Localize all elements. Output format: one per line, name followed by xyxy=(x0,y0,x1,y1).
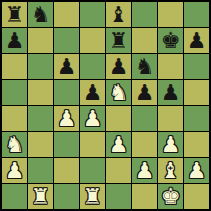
square-b6[interactable] xyxy=(28,54,53,79)
square-d2[interactable] xyxy=(80,158,105,183)
white-pawn[interactable]: ♟ xyxy=(109,132,129,157)
black-pawn[interactable]: ♟ xyxy=(5,28,25,53)
square-a4[interactable] xyxy=(2,106,27,131)
square-c4[interactable]: ♟ xyxy=(54,106,79,131)
square-g5[interactable]: ♟ xyxy=(158,80,183,105)
square-e5[interactable]: ♞ xyxy=(106,80,131,105)
black-pawn[interactable]: ♟ xyxy=(57,54,77,79)
square-e8[interactable]: ♝ xyxy=(106,2,131,27)
square-a8[interactable]: ♜ xyxy=(2,2,27,27)
square-a5[interactable] xyxy=(2,80,27,105)
white-bishop[interactable]: ♝ xyxy=(161,158,181,183)
square-h3[interactable] xyxy=(184,132,209,157)
square-f3[interactable] xyxy=(132,132,157,157)
square-b1[interactable]: ♜ xyxy=(28,184,53,209)
square-f7[interactable] xyxy=(132,28,157,53)
square-d8[interactable] xyxy=(80,2,105,27)
black-bishop[interactable]: ♝ xyxy=(109,2,129,27)
black-pawn[interactable]: ♟ xyxy=(109,54,129,79)
square-g8[interactable] xyxy=(158,2,183,27)
square-g7[interactable]: ♚ xyxy=(158,28,183,53)
square-b8[interactable]: ♞ xyxy=(28,2,53,27)
white-pawn[interactable]: ♟ xyxy=(5,158,25,183)
square-g6[interactable] xyxy=(158,54,183,79)
square-d1[interactable]: ♜ xyxy=(80,184,105,209)
square-d7[interactable] xyxy=(80,28,105,53)
white-pawn[interactable]: ♟ xyxy=(83,106,103,131)
square-f8[interactable] xyxy=(132,2,157,27)
white-rook[interactable]: ♜ xyxy=(31,184,51,209)
black-king[interactable]: ♚ xyxy=(161,28,181,53)
black-pawn[interactable]: ♟ xyxy=(161,80,181,105)
square-h1[interactable] xyxy=(184,184,209,209)
black-knight[interactable]: ♞ xyxy=(31,2,51,27)
square-e6[interactable]: ♟ xyxy=(106,54,131,79)
square-b3[interactable] xyxy=(28,132,53,157)
square-f6[interactable]: ♞ xyxy=(132,54,157,79)
square-e4[interactable] xyxy=(106,106,131,131)
square-h6[interactable] xyxy=(184,54,209,79)
square-c5[interactable] xyxy=(54,80,79,105)
square-d4[interactable]: ♟ xyxy=(80,106,105,131)
square-c8[interactable] xyxy=(54,2,79,27)
square-h8[interactable] xyxy=(184,2,209,27)
black-knight[interactable]: ♞ xyxy=(135,54,155,79)
square-h2[interactable]: ♟ xyxy=(184,158,209,183)
square-f1[interactable] xyxy=(132,184,157,209)
square-g3[interactable]: ♟ xyxy=(158,132,183,157)
white-knight[interactable]: ♞ xyxy=(5,132,25,157)
black-rook[interactable]: ♜ xyxy=(109,28,129,53)
square-e1[interactable] xyxy=(106,184,131,209)
square-g2[interactable]: ♝ xyxy=(158,158,183,183)
square-a7[interactable]: ♟ xyxy=(2,28,27,53)
square-a1[interactable] xyxy=(2,184,27,209)
black-pawn[interactable]: ♟ xyxy=(135,80,155,105)
black-pawn[interactable]: ♟ xyxy=(83,80,103,105)
square-b7[interactable] xyxy=(28,28,53,53)
square-f5[interactable]: ♟ xyxy=(132,80,157,105)
square-b5[interactable] xyxy=(28,80,53,105)
square-c2[interactable] xyxy=(54,158,79,183)
square-c6[interactable]: ♟ xyxy=(54,54,79,79)
square-g4[interactable] xyxy=(158,106,183,131)
square-e2[interactable] xyxy=(106,158,131,183)
square-c7[interactable] xyxy=(54,28,79,53)
white-king[interactable]: ♚ xyxy=(161,184,181,209)
square-f2[interactable]: ♟ xyxy=(132,158,157,183)
square-c1[interactable] xyxy=(54,184,79,209)
black-rook[interactable]: ♜ xyxy=(5,2,25,27)
square-h4[interactable] xyxy=(184,106,209,131)
square-h7[interactable]: ♟ xyxy=(184,28,209,53)
white-pawn[interactable]: ♟ xyxy=(57,106,77,131)
white-pawn[interactable]: ♟ xyxy=(135,158,155,183)
square-b2[interactable] xyxy=(28,158,53,183)
white-knight[interactable]: ♞ xyxy=(109,80,129,105)
square-a6[interactable] xyxy=(2,54,27,79)
square-d3[interactable] xyxy=(80,132,105,157)
chess-board: ♜♞♝♟♜♚♟♟♟♞♟♞♟♟♟♟♞♟♟♟♟♝♟♜♜♚ xyxy=(0,0,211,211)
square-e7[interactable]: ♜ xyxy=(106,28,131,53)
square-a2[interactable]: ♟ xyxy=(2,158,27,183)
square-a3[interactable]: ♞ xyxy=(2,132,27,157)
square-e3[interactable]: ♟ xyxy=(106,132,131,157)
square-b4[interactable] xyxy=(28,106,53,131)
black-pawn[interactable]: ♟ xyxy=(187,28,207,53)
square-d5[interactable]: ♟ xyxy=(80,80,105,105)
white-pawn[interactable]: ♟ xyxy=(187,158,207,183)
square-f4[interactable] xyxy=(132,106,157,131)
square-c3[interactable] xyxy=(54,132,79,157)
square-d6[interactable] xyxy=(80,54,105,79)
square-h5[interactable] xyxy=(184,80,209,105)
square-g1[interactable]: ♚ xyxy=(158,184,183,209)
white-rook[interactable]: ♜ xyxy=(83,184,103,209)
white-pawn[interactable]: ♟ xyxy=(161,132,181,157)
